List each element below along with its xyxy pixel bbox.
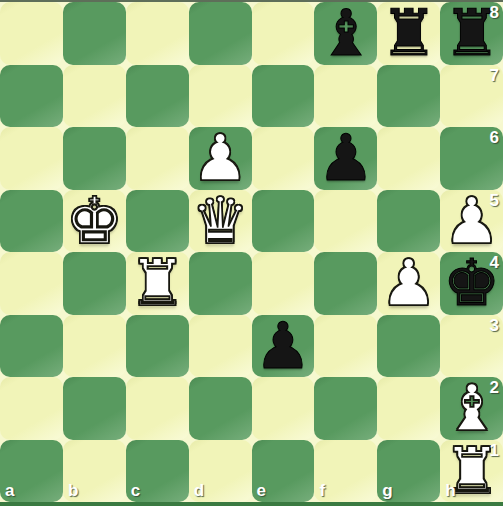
square-d2[interactable]: [189, 377, 252, 440]
piece-black-pawn[interactable]: ♟: [314, 127, 377, 190]
chess-board: ♝♜8♜7♟♟6♚♛5♟♜♟4♚♟32♝abcdefgh1♜: [0, 0, 503, 506]
square-g8[interactable]: ♜: [377, 2, 440, 65]
square-g7[interactable]: [377, 65, 440, 128]
square-g1[interactable]: g: [377, 440, 440, 503]
rank-label-5: 5: [490, 191, 499, 211]
piece-white-rook[interactable]: ♜: [126, 252, 189, 315]
rank-label-3: 3: [490, 316, 499, 336]
piece-white-pawn[interactable]: ♟: [189, 127, 252, 190]
square-surface: [314, 377, 377, 440]
file-label-g: g: [382, 481, 392, 501]
piece-white-king[interactable]: ♚: [63, 190, 126, 253]
square-d6[interactable]: ♟: [189, 127, 252, 190]
square-surface: [126, 315, 189, 378]
square-d3[interactable]: [189, 315, 252, 378]
board-grid: ♝♜8♜7♟♟6♚♛5♟♜♟4♚♟32♝abcdefgh1♜: [0, 2, 503, 502]
square-surface: [377, 65, 440, 128]
piece-white-queen[interactable]: ♛: [189, 190, 252, 253]
square-c7[interactable]: [126, 65, 189, 128]
square-f7[interactable]: [314, 65, 377, 128]
square-surface: [189, 65, 252, 128]
piece-black-bishop[interactable]: ♝: [314, 2, 377, 65]
rank-label-4: 4: [490, 253, 499, 273]
piece-black-rook[interactable]: ♜: [377, 2, 440, 65]
square-h1[interactable]: h1♜: [440, 440, 503, 503]
square-surface: [314, 65, 377, 128]
square-f2[interactable]: [314, 377, 377, 440]
square-f1[interactable]: f: [314, 440, 377, 503]
rank-label-2: 2: [490, 378, 499, 398]
square-b1[interactable]: b: [63, 440, 126, 503]
square-h4[interactable]: 4♚: [440, 252, 503, 315]
square-c8[interactable]: [126, 2, 189, 65]
square-d8[interactable]: [189, 2, 252, 65]
square-surface: [252, 252, 315, 315]
square-e6[interactable]: [252, 127, 315, 190]
square-surface: [126, 127, 189, 190]
square-b4[interactable]: [63, 252, 126, 315]
square-surface: [252, 190, 315, 253]
square-d7[interactable]: [189, 65, 252, 128]
square-e7[interactable]: [252, 65, 315, 128]
square-h3[interactable]: 3: [440, 315, 503, 378]
square-e2[interactable]: [252, 377, 315, 440]
square-surface: [63, 315, 126, 378]
square-b8[interactable]: [63, 2, 126, 65]
square-surface: [189, 2, 252, 65]
square-surface: [377, 377, 440, 440]
square-surface: [377, 127, 440, 190]
square-surface: [252, 65, 315, 128]
square-c3[interactable]: [126, 315, 189, 378]
file-label-d: d: [194, 481, 204, 501]
square-e8[interactable]: [252, 2, 315, 65]
file-label-h: h: [445, 481, 455, 501]
square-a6[interactable]: [0, 127, 63, 190]
square-surface: [126, 2, 189, 65]
square-surface: [252, 2, 315, 65]
square-h8[interactable]: 8♜: [440, 2, 503, 65]
square-a4[interactable]: [0, 252, 63, 315]
square-f5[interactable]: [314, 190, 377, 253]
square-f8[interactable]: ♝: [314, 2, 377, 65]
square-g6[interactable]: [377, 127, 440, 190]
square-surface: [252, 377, 315, 440]
square-a5[interactable]: [0, 190, 63, 253]
square-surface: [0, 252, 63, 315]
square-b7[interactable]: [63, 65, 126, 128]
square-f3[interactable]: [314, 315, 377, 378]
square-e4[interactable]: [252, 252, 315, 315]
square-g3[interactable]: [377, 315, 440, 378]
square-surface: [189, 377, 252, 440]
rank-label-7: 7: [490, 66, 499, 86]
square-surface: [126, 190, 189, 253]
square-surface: [314, 252, 377, 315]
square-surface: [0, 377, 63, 440]
file-label-c: c: [131, 481, 140, 501]
square-a1[interactable]: a: [0, 440, 63, 503]
square-c1[interactable]: c: [126, 440, 189, 503]
square-g5[interactable]: [377, 190, 440, 253]
square-surface: [0, 65, 63, 128]
square-e1[interactable]: e: [252, 440, 315, 503]
square-surface: [252, 127, 315, 190]
square-surface: [126, 65, 189, 128]
square-d1[interactable]: d: [189, 440, 252, 503]
square-surface: [314, 315, 377, 378]
square-surface: [63, 65, 126, 128]
square-a8[interactable]: [0, 2, 63, 65]
square-surface: [0, 127, 63, 190]
square-surface: [0, 2, 63, 65]
square-a7[interactable]: [0, 65, 63, 128]
square-b6[interactable]: [63, 127, 126, 190]
square-g2[interactable]: [377, 377, 440, 440]
file-label-f: f: [319, 481, 325, 501]
square-d4[interactable]: [189, 252, 252, 315]
square-e5[interactable]: [252, 190, 315, 253]
square-surface: [189, 252, 252, 315]
square-surface: [377, 315, 440, 378]
square-h5[interactable]: 5♟: [440, 190, 503, 253]
square-f6[interactable]: ♟: [314, 127, 377, 190]
square-g4[interactable]: ♟: [377, 252, 440, 315]
piece-black-pawn[interactable]: ♟: [252, 315, 315, 378]
square-h7[interactable]: 7: [440, 65, 503, 128]
square-c2[interactable]: [126, 377, 189, 440]
rank-label-8: 8: [490, 3, 499, 23]
square-b5[interactable]: ♚: [63, 190, 126, 253]
square-h2[interactable]: 2♝: [440, 377, 503, 440]
square-surface: [189, 315, 252, 378]
square-surface: [314, 190, 377, 253]
square-surface: [63, 127, 126, 190]
square-b2[interactable]: [63, 377, 126, 440]
square-surface: [377, 190, 440, 253]
square-d5[interactable]: ♛: [189, 190, 252, 253]
file-label-e: e: [257, 481, 266, 501]
square-c4[interactable]: ♜: [126, 252, 189, 315]
square-surface: [0, 315, 63, 378]
square-e3[interactable]: ♟: [252, 315, 315, 378]
square-a2[interactable]: [0, 377, 63, 440]
square-c6[interactable]: [126, 127, 189, 190]
square-f4[interactable]: [314, 252, 377, 315]
square-surface: [126, 377, 189, 440]
square-c5[interactable]: [126, 190, 189, 253]
piece-white-pawn[interactable]: ♟: [377, 252, 440, 315]
square-surface: [63, 252, 126, 315]
board-bottom-edge: [0, 502, 503, 506]
square-h6[interactable]: 6: [440, 127, 503, 190]
rank-label-6: 6: [490, 128, 499, 148]
square-a3[interactable]: [0, 315, 63, 378]
rank-label-1: 1: [490, 441, 499, 461]
file-label-a: a: [5, 481, 14, 501]
square-surface: [63, 377, 126, 440]
square-surface: [63, 2, 126, 65]
file-label-b: b: [68, 481, 78, 501]
square-b3[interactable]: [63, 315, 126, 378]
square-surface: [0, 190, 63, 253]
